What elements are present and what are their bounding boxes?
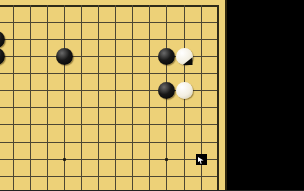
star-point	[63, 158, 66, 161]
letterbox-right	[227, 0, 304, 190]
grid-line-vertical	[98, 5, 99, 191]
black-stone	[56, 48, 73, 65]
grid-line-horizontal	[0, 176, 219, 177]
grid-line-horizontal	[0, 5, 219, 7]
grid-line-vertical	[217, 5, 219, 191]
grid-line-vertical	[81, 5, 82, 191]
grid-line-vertical	[64, 5, 65, 191]
black-stone	[0, 48, 5, 65]
grid-line-vertical	[115, 5, 116, 191]
grid-line-vertical	[47, 5, 48, 191]
grid-line-horizontal	[0, 107, 219, 108]
grid-line-vertical	[13, 5, 14, 191]
grid-line-horizontal	[0, 39, 219, 40]
white-stone	[176, 82, 193, 99]
grid-line-vertical	[149, 5, 150, 191]
star-point	[165, 158, 168, 161]
grid-line-horizontal	[0, 73, 219, 74]
triangle-marker	[183, 57, 193, 65]
go-grid	[0, 6, 218, 191]
black-stone	[158, 48, 175, 65]
grid-line-vertical	[30, 5, 31, 191]
video-frame	[0, 0, 304, 190]
go-board[interactable]	[0, 0, 227, 190]
white-stone	[176, 48, 193, 65]
grid-line-horizontal	[0, 22, 219, 23]
pointer-arrow-icon	[198, 157, 204, 164]
black-stone	[0, 31, 5, 48]
grid-line-horizontal	[0, 142, 219, 143]
black-stone	[158, 82, 175, 99]
grid-line-horizontal	[0, 124, 219, 125]
grid-line-horizontal	[0, 159, 219, 160]
cursor-icon	[196, 154, 207, 165]
grid-line-vertical	[132, 5, 133, 191]
